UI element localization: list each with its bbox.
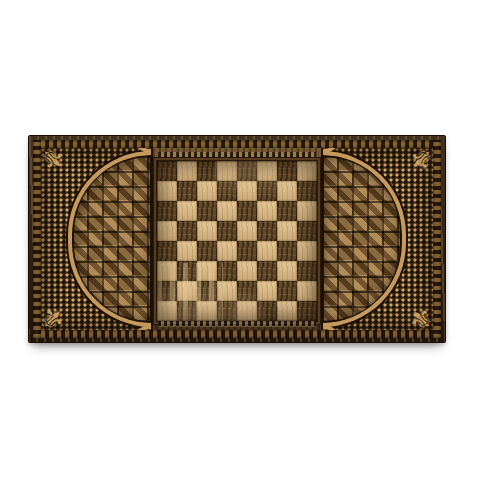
square-f2	[257, 281, 277, 301]
left-carved-panel: ⚜ ⚜	[41, 148, 151, 330]
frame-dentil-left	[33, 140, 41, 338]
square-d7	[217, 181, 237, 201]
square-c1	[197, 301, 217, 321]
square-g5	[277, 221, 297, 241]
carved-border-bottom	[158, 321, 316, 326]
square-c2	[197, 281, 217, 301]
chessboard-panel	[151, 148, 323, 330]
frame-dentil-right	[433, 140, 441, 338]
square-h3	[297, 261, 317, 281]
square-f4	[257, 241, 277, 261]
fleur-de-lis-icon: ⚜	[41, 148, 70, 177]
square-e3	[237, 261, 257, 281]
square-a8	[157, 161, 177, 181]
square-g7	[277, 181, 297, 201]
square-e2	[237, 281, 257, 301]
square-a6	[157, 201, 177, 221]
square-b3	[177, 261, 197, 281]
square-e8	[237, 161, 257, 181]
square-f7	[257, 181, 277, 201]
square-g6	[277, 201, 297, 221]
square-f8	[257, 161, 277, 181]
square-h5	[297, 221, 317, 241]
fleur-de-lis-icon: ⚜	[41, 301, 70, 330]
square-b8	[177, 161, 197, 181]
square-d3	[217, 261, 237, 281]
fleur-de-lis-icon: ⚜	[404, 148, 433, 177]
square-b7	[177, 181, 197, 201]
square-b6	[177, 201, 197, 221]
square-b5	[177, 221, 197, 241]
frame-dentil-top	[33, 140, 441, 148]
square-c4	[197, 241, 217, 261]
square-h4	[297, 241, 317, 261]
square-g2	[277, 281, 297, 301]
square-e7	[237, 181, 257, 201]
square-h2	[297, 281, 317, 301]
square-d6	[217, 201, 237, 221]
carved-border-top	[158, 152, 316, 157]
square-h8	[297, 161, 317, 181]
board-grid	[157, 161, 317, 321]
frame-dentil-bottom	[33, 330, 441, 338]
square-e5	[237, 221, 257, 241]
square-e1	[237, 301, 257, 321]
square-c6	[197, 201, 217, 221]
square-b4	[177, 241, 197, 261]
square-c5	[197, 221, 217, 241]
square-d2	[217, 281, 237, 301]
square-f1	[257, 301, 277, 321]
square-c3	[197, 261, 217, 281]
square-a2	[157, 281, 177, 301]
square-g1	[277, 301, 297, 321]
square-g8	[277, 161, 297, 181]
square-h1	[297, 301, 317, 321]
case-lid: ⚜ ⚜ ⚜ ⚜	[41, 148, 433, 330]
square-f6	[257, 201, 277, 221]
square-a5	[157, 221, 177, 241]
square-c7	[197, 181, 217, 201]
right-carved-panel: ⚜ ⚜	[323, 148, 433, 330]
fleur-de-lis-icon: ⚜	[404, 301, 433, 330]
arch-medallion-left	[68, 151, 151, 327]
chess-backgammon-case: ⚜ ⚜ ⚜ ⚜	[28, 135, 446, 343]
square-e6	[237, 201, 257, 221]
square-g3	[277, 261, 297, 281]
square-d5	[217, 221, 237, 241]
product-photo: ⚜ ⚜ ⚜ ⚜	[0, 0, 480, 480]
square-f3	[257, 261, 277, 281]
square-b2	[177, 281, 197, 301]
square-f5	[257, 221, 277, 241]
square-d4	[217, 241, 237, 261]
chess-board	[157, 161, 317, 321]
square-h7	[297, 181, 317, 201]
square-a3	[157, 261, 177, 281]
square-d8	[217, 161, 237, 181]
square-b1	[177, 301, 197, 321]
square-a4	[157, 241, 177, 261]
square-h6	[297, 201, 317, 221]
square-d1	[217, 301, 237, 321]
square-e4	[237, 241, 257, 261]
square-c8	[197, 161, 217, 181]
square-g4	[277, 241, 297, 261]
arch-medallion-right	[323, 151, 406, 327]
square-a7	[157, 181, 177, 201]
square-a1	[157, 301, 177, 321]
